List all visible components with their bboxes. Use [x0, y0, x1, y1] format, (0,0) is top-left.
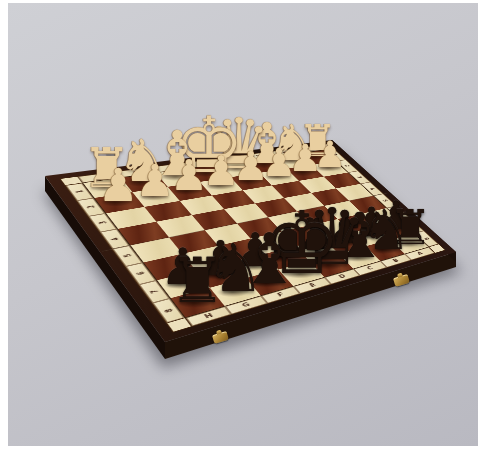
piece-white-pawn-h2[interactable]: ♟ [98, 163, 139, 209]
piece-white-pawn-g2[interactable]: ♟ [135, 159, 175, 203]
piece-black-rook-h8[interactable]: ♜ [170, 250, 226, 312]
photo-canvas: HGFEDCBA HGFEDCBA 12345678 12345678 ♜♞♝♛… [0, 0, 500, 450]
piece-white-pawn-f2[interactable]: ♟ [170, 155, 208, 198]
